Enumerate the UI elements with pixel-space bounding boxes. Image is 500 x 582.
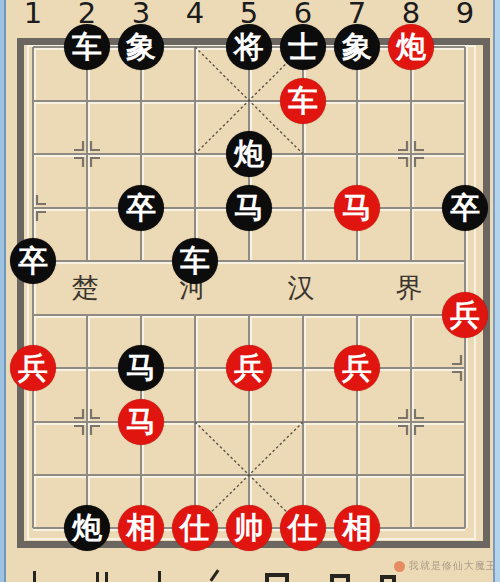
left-edge-strip xyxy=(0,0,6,582)
river-label: 汉 xyxy=(288,270,315,306)
piece-red-chariot[interactable]: 车 xyxy=(280,78,326,124)
piece-black-elephant[interactable]: 象 xyxy=(118,24,164,70)
right-edge-strip xyxy=(493,0,500,582)
piece-black-chariot[interactable]: 车 xyxy=(64,24,110,70)
piece-red-elephant[interactable]: 相 xyxy=(334,505,380,551)
piece-black-soldier[interactable]: 卒 xyxy=(442,185,488,231)
piece-red-horse[interactable]: 马 xyxy=(118,399,164,445)
piece-red-soldier[interactable]: 兵 xyxy=(334,345,380,391)
piece-black-cannon[interactable]: 炮 xyxy=(64,505,110,551)
piece-red-advisor[interactable]: 仕 xyxy=(172,505,218,551)
piece-red-elephant[interactable]: 相 xyxy=(118,505,164,551)
piece-red-soldier[interactable]: 兵 xyxy=(226,345,272,391)
piece-red-general[interactable]: 帅 xyxy=(226,505,272,551)
piece-red-soldier[interactable]: 兵 xyxy=(10,345,56,391)
piece-black-soldier[interactable]: 卒 xyxy=(118,185,164,231)
river-label: 楚 xyxy=(72,270,99,306)
watermark-logo-icon xyxy=(394,561,405,572)
piece-red-cannon[interactable]: 炮 xyxy=(388,24,434,70)
piece-black-advisor[interactable]: 士 xyxy=(280,24,326,70)
piece-red-advisor[interactable]: 仕 xyxy=(280,505,326,551)
piece-red-soldier[interactable]: 兵 xyxy=(442,292,488,338)
piece-black-cannon[interactable]: 炮 xyxy=(226,131,272,177)
piece-black-soldier[interactable]: 卒 xyxy=(10,238,56,284)
piece-red-horse[interactable]: 马 xyxy=(334,185,380,231)
piece-black-horse[interactable]: 马 xyxy=(118,345,164,391)
river-label: 界 xyxy=(396,270,423,306)
piece-black-chariot[interactable]: 车 xyxy=(172,238,218,284)
watermark-text: 我就是修仙大魔王 xyxy=(409,559,497,573)
xiangqi-diagram-page: { "game": "xiangqi", "position": { "fen"… xyxy=(0,0,500,582)
piece-black-elephant[interactable]: 象 xyxy=(334,24,380,70)
piece-black-general[interactable]: 将 xyxy=(226,24,272,70)
piece-black-horse[interactable]: 马 xyxy=(226,185,272,231)
watermark: 我就是修仙大魔王 xyxy=(394,559,497,573)
